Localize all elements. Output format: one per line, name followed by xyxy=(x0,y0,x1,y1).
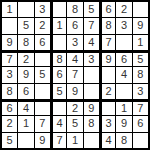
cell-r2c5[interactable]: 6 xyxy=(67,18,82,33)
cell-r3c1[interactable]: 9 xyxy=(2,35,17,50)
sudoku-board: 1385625216783998634717284396539567488659… xyxy=(0,0,150,150)
cell-r4c5[interactable]: 4 xyxy=(67,51,82,66)
cell-r3c5[interactable]: 3 xyxy=(67,35,82,50)
cell-r1c9[interactable] xyxy=(133,2,148,17)
cell-r1c1[interactable]: 1 xyxy=(2,2,17,17)
cell-r8c7[interactable]: 3 xyxy=(100,116,115,131)
cell-r3c6[interactable]: 4 xyxy=(84,35,99,50)
cell-r3c2[interactable]: 8 xyxy=(18,35,33,50)
cell-r4c4[interactable]: 8 xyxy=(51,51,66,66)
cell-r6c1[interactable]: 8 xyxy=(2,84,17,99)
cell-r5c7[interactable] xyxy=(100,67,115,82)
cell-r9c7[interactable]: 4 xyxy=(100,133,115,148)
cell-r2c2[interactable]: 5 xyxy=(18,18,33,33)
cell-r5c2[interactable]: 9 xyxy=(18,67,33,82)
cell-r2c9[interactable]: 9 xyxy=(133,18,148,33)
cell-r1c4[interactable] xyxy=(51,2,66,17)
cell-r3c7[interactable]: 7 xyxy=(100,35,115,50)
cell-r1c5[interactable]: 8 xyxy=(67,2,82,17)
cell-r4c6[interactable]: 3 xyxy=(84,51,99,66)
cell-r3c4[interactable] xyxy=(51,35,66,50)
cell-r9c2[interactable] xyxy=(18,133,33,148)
cell-r9c1[interactable]: 5 xyxy=(2,133,17,148)
cell-r1c6[interactable]: 5 xyxy=(84,2,99,17)
cell-r9c4[interactable]: 7 xyxy=(51,133,66,148)
cell-r4c3[interactable] xyxy=(35,51,50,66)
cell-r6c5[interactable]: 9 xyxy=(67,84,82,99)
cell-r7c7[interactable] xyxy=(100,100,115,115)
cell-r8c9[interactable]: 6 xyxy=(133,116,148,131)
cell-r7c6[interactable]: 9 xyxy=(84,100,99,115)
cell-r8c4[interactable]: 4 xyxy=(51,116,66,131)
cell-r2c8[interactable]: 3 xyxy=(116,18,131,33)
cell-r7c9[interactable]: 7 xyxy=(133,100,148,115)
cell-r5c4[interactable]: 6 xyxy=(51,67,66,82)
cell-r5c1[interactable]: 3 xyxy=(2,67,17,82)
cell-r2c7[interactable]: 8 xyxy=(100,18,115,33)
cell-r2c3[interactable]: 2 xyxy=(35,18,50,33)
cell-r9c5[interactable]: 1 xyxy=(67,133,82,148)
cell-r1c8[interactable]: 2 xyxy=(116,2,131,17)
cell-r7c3[interactable] xyxy=(35,100,50,115)
cell-r8c6[interactable]: 8 xyxy=(84,116,99,131)
cell-r6c2[interactable]: 6 xyxy=(18,84,33,99)
cell-r8c2[interactable]: 1 xyxy=(18,116,33,131)
cell-r4c9[interactable]: 5 xyxy=(133,51,148,66)
cell-r4c2[interactable]: 2 xyxy=(18,51,33,66)
cell-r7c2[interactable]: 4 xyxy=(18,100,33,115)
cell-r7c5[interactable]: 2 xyxy=(67,100,82,115)
cell-r7c8[interactable]: 1 xyxy=(116,100,131,115)
cell-r3c3[interactable]: 6 xyxy=(35,35,50,50)
cell-r5c5[interactable]: 7 xyxy=(67,67,82,82)
cell-r7c1[interactable]: 6 xyxy=(2,100,17,115)
cell-r6c9[interactable]: 3 xyxy=(133,84,148,99)
cell-r9c3[interactable]: 9 xyxy=(35,133,50,148)
cell-r8c3[interactable]: 7 xyxy=(35,116,50,131)
cell-r1c2[interactable] xyxy=(18,2,33,17)
cell-r1c3[interactable]: 3 xyxy=(35,2,50,17)
cell-r8c5[interactable]: 5 xyxy=(67,116,82,131)
cell-r1c7[interactable]: 6 xyxy=(100,2,115,17)
cell-r6c6[interactable] xyxy=(84,84,99,99)
cell-r9c8[interactable]: 8 xyxy=(116,133,131,148)
cell-r4c8[interactable]: 6 xyxy=(116,51,131,66)
cell-r9c9[interactable] xyxy=(133,133,148,148)
cell-r8c8[interactable]: 9 xyxy=(116,116,131,131)
cell-r6c3[interactable] xyxy=(35,84,50,99)
cell-r6c7[interactable]: 2 xyxy=(100,84,115,99)
cell-r5c9[interactable]: 8 xyxy=(133,67,148,82)
cell-r6c4[interactable]: 5 xyxy=(51,84,66,99)
cell-r2c4[interactable]: 1 xyxy=(51,18,66,33)
cell-r7c4[interactable] xyxy=(51,100,66,115)
cell-r5c8[interactable]: 4 xyxy=(116,67,131,82)
cell-r2c1[interactable] xyxy=(2,18,17,33)
cell-r3c8[interactable] xyxy=(116,35,131,50)
cell-r5c3[interactable]: 5 xyxy=(35,67,50,82)
cell-r4c7[interactable]: 9 xyxy=(100,51,115,66)
cell-r3c9[interactable]: 1 xyxy=(133,35,148,50)
cell-r2c6[interactable]: 7 xyxy=(84,18,99,33)
cell-r4c1[interactable]: 7 xyxy=(2,51,17,66)
cell-r5c6[interactable] xyxy=(84,67,99,82)
cell-r6c8[interactable] xyxy=(116,84,131,99)
cell-r8c1[interactable]: 2 xyxy=(2,116,17,131)
cell-r9c6[interactable] xyxy=(84,133,99,148)
